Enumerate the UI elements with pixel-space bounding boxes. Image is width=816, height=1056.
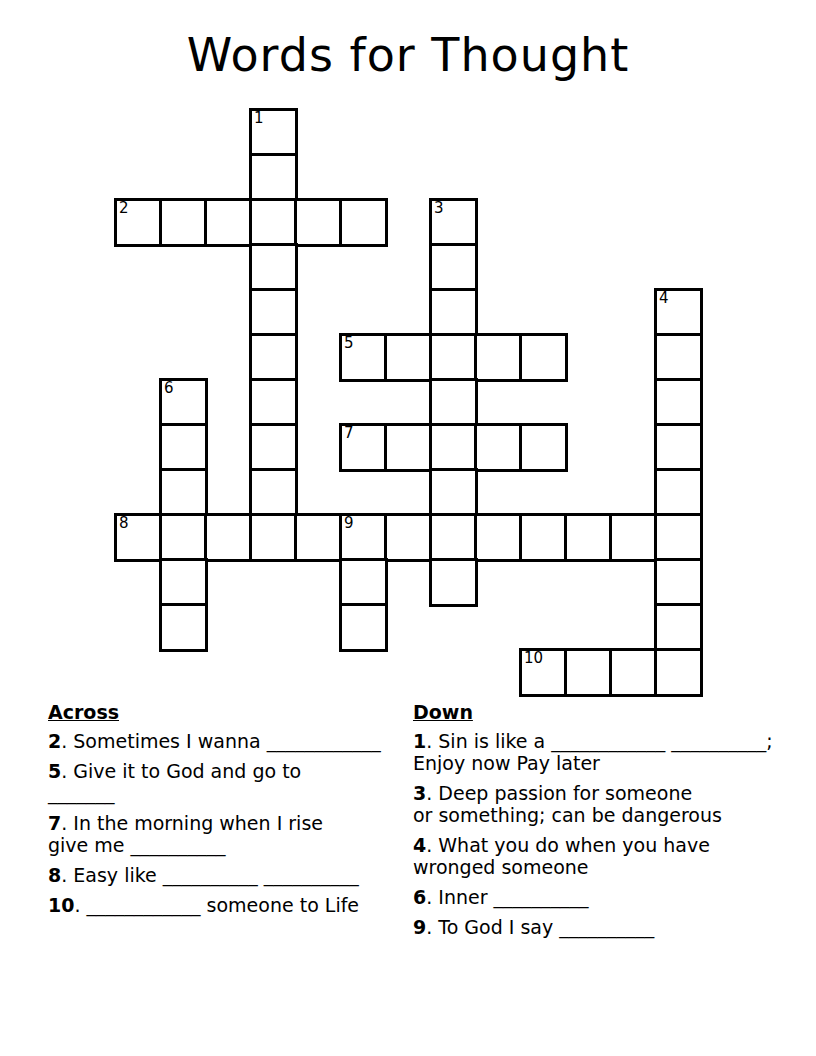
puzzle-page: Words for Thought 12345678910 Across 2. …	[0, 0, 816, 1056]
cell-number-10: 10	[524, 650, 543, 667]
grid-cell-r12c12[interactable]	[656, 650, 701, 695]
grid-cell-r7c6[interactable]	[386, 425, 431, 470]
grid-cell-r7c5[interactable]: 7	[341, 425, 386, 470]
clue-number: 6	[413, 886, 426, 908]
puzzle-title: Words for Thought	[0, 28, 816, 82]
clue-number: 10	[48, 894, 74, 916]
clue-number: 8	[48, 864, 61, 886]
grid-cell-r6c7[interactable]	[431, 380, 476, 425]
clue-number: 3	[413, 782, 426, 804]
cell-number-8: 8	[119, 515, 129, 532]
grid-cell-r8c12[interactable]	[656, 470, 701, 515]
across-clue-10: 10. ____________ someone to Life	[48, 894, 400, 916]
grid-cell-r7c7[interactable]	[431, 425, 476, 470]
grid-cell-r3c7[interactable]	[431, 245, 476, 290]
grid-cell-r3c3[interactable]	[251, 245, 296, 290]
across-clue-5: 5. Give it to God and go to_______	[48, 760, 400, 804]
grid-cell-r10c5[interactable]	[341, 560, 386, 605]
across-header: Across	[48, 701, 400, 723]
grid-cell-r10c1[interactable]	[161, 560, 206, 605]
across-clue-8: 8. Easy like __________ __________	[48, 864, 400, 886]
grid-cell-r9c2[interactable]	[206, 515, 251, 560]
grid-cell-r7c3[interactable]	[251, 425, 296, 470]
clue-number: 7	[48, 812, 61, 834]
down-clue-6: 6. Inner __________	[413, 886, 809, 908]
grid-cell-r2c7[interactable]: 3	[431, 200, 476, 245]
grid-cell-r11c5[interactable]	[341, 605, 386, 650]
grid-cell-r5c3[interactable]	[251, 335, 296, 380]
grid-cell-r5c9[interactable]	[521, 335, 566, 380]
grid-cell-r7c8[interactable]	[476, 425, 521, 470]
grid-cell-r9c7[interactable]	[431, 515, 476, 560]
grid-cell-r9c0[interactable]: 8	[116, 515, 161, 560]
down-clue-3: 3. Deep passion for someoneor something;…	[413, 782, 809, 826]
grid-cell-r2c0[interactable]: 2	[116, 200, 161, 245]
across-clues-section: Across 2. Sometimes I wanna ____________…	[48, 701, 400, 924]
clue-number: 1	[413, 730, 426, 752]
grid-cell-r9c4[interactable]	[296, 515, 341, 560]
down-clue-9: 9. To God I say __________	[413, 916, 809, 938]
grid-cell-r0c3[interactable]: 1	[251, 110, 296, 155]
grid-cell-r11c12[interactable]	[656, 605, 701, 650]
grid-cell-r11c1[interactable]	[161, 605, 206, 650]
cell-number-1: 1	[254, 110, 264, 127]
grid-cell-r6c3[interactable]	[251, 380, 296, 425]
grid-cell-r2c5[interactable]	[341, 200, 386, 245]
cell-number-5: 5	[344, 335, 354, 352]
grid-cell-r12c11[interactable]	[611, 650, 656, 695]
grid-cell-r9c9[interactable]	[521, 515, 566, 560]
grid-cell-r1c3[interactable]	[251, 155, 296, 200]
grid-cell-r9c6[interactable]	[386, 515, 431, 560]
grid-cell-r9c8[interactable]	[476, 515, 521, 560]
crossword-grid: 12345678910	[116, 110, 701, 695]
clue-number: 5	[48, 760, 61, 782]
grid-cell-r8c7[interactable]	[431, 470, 476, 515]
across-clue-list: 2. Sometimes I wanna ____________5. Give…	[48, 730, 400, 916]
across-clue-7: 7. In the morning when I risegive me ___…	[48, 812, 400, 856]
grid-cell-r5c6[interactable]	[386, 335, 431, 380]
grid-cell-r9c11[interactable]	[611, 515, 656, 560]
cell-number-4: 4	[659, 290, 669, 307]
cell-number-7: 7	[344, 425, 354, 442]
down-clue-list: 1. Sin is like a ____________ __________…	[413, 730, 809, 938]
grid-cell-r10c7[interactable]	[431, 560, 476, 605]
cell-number-3: 3	[434, 200, 444, 217]
grid-cell-r8c1[interactable]	[161, 470, 206, 515]
grid-cell-r5c8[interactable]	[476, 335, 521, 380]
clue-number: 2	[48, 730, 61, 752]
grid-cell-r2c3[interactable]	[251, 200, 296, 245]
across-clue-2: 2. Sometimes I wanna ____________	[48, 730, 400, 752]
grid-cell-r4c7[interactable]	[431, 290, 476, 335]
grid-cell-r12c10[interactable]	[566, 650, 611, 695]
grid-cell-r9c10[interactable]	[566, 515, 611, 560]
grid-cell-r5c7[interactable]	[431, 335, 476, 380]
down-clue-1: 1. Sin is like a ____________ __________…	[413, 730, 809, 774]
grid-cell-r9c3[interactable]	[251, 515, 296, 560]
grid-cell-r2c1[interactable]	[161, 200, 206, 245]
down-clue-4: 4. What you do when you havewronged some…	[413, 834, 809, 878]
grid-cell-r9c1[interactable]	[161, 515, 206, 560]
grid-cell-r4c12[interactable]: 4	[656, 290, 701, 335]
down-header: Down	[413, 701, 809, 723]
grid-cell-r2c2[interactable]	[206, 200, 251, 245]
grid-cell-r8c3[interactable]	[251, 470, 296, 515]
clue-number: 9	[413, 916, 426, 938]
clue-number: 4	[413, 834, 426, 856]
grid-cell-r7c9[interactable]	[521, 425, 566, 470]
grid-cell-r5c12[interactable]	[656, 335, 701, 380]
grid-cell-r9c5[interactable]: 9	[341, 515, 386, 560]
grid-cell-r12c9[interactable]: 10	[521, 650, 566, 695]
grid-cell-r2c4[interactable]	[296, 200, 341, 245]
down-clues-section: Down 1. Sin is like a ____________ _____…	[413, 701, 809, 946]
grid-cell-r10c12[interactable]	[656, 560, 701, 605]
grid-cell-r4c3[interactable]	[251, 290, 296, 335]
grid-cell-r6c12[interactable]	[656, 380, 701, 425]
grid-cell-r5c5[interactable]: 5	[341, 335, 386, 380]
grid-cell-r7c1[interactable]	[161, 425, 206, 470]
grid-cell-r6c1[interactable]: 6	[161, 380, 206, 425]
cell-number-6: 6	[164, 380, 174, 397]
cell-number-9: 9	[344, 515, 354, 532]
grid-cell-r7c12[interactable]	[656, 425, 701, 470]
grid-cell-r9c12[interactable]	[656, 515, 701, 560]
cell-number-2: 2	[119, 200, 129, 217]
